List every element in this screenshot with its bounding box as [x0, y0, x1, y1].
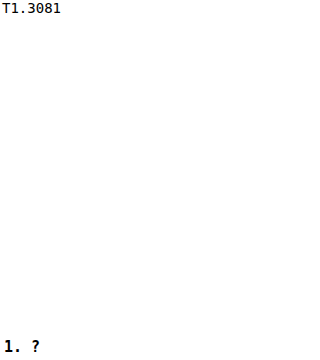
chess-board	[0, 16, 320, 336]
move-prompt: 1. ?	[0, 336, 320, 360]
puzzle-title: T1.3081	[0, 0, 320, 16]
chess-diagram-app: T1.3081 1. ?	[0, 0, 320, 360]
